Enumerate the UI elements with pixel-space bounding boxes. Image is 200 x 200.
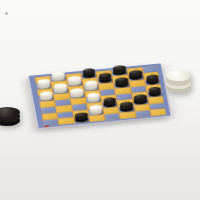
- maker-logo-mark: [44, 125, 49, 127]
- square-7-3: [89, 115, 104, 122]
- square-7-2: [74, 116, 89, 123]
- black-checker-piece: [75, 116, 89, 122]
- square-7-4: [104, 113, 119, 120]
- checkers-board: [28, 63, 171, 128]
- photo-scene: [0, 0, 200, 200]
- white-checker-top: [166, 70, 191, 81]
- square-7-6: [135, 110, 150, 117]
- off-board-black-checker: [0, 107, 21, 129]
- off-board-white-checker-stack: [166, 70, 193, 95]
- square-7-1: [58, 117, 73, 124]
- photo-artifact-dot: [5, 12, 8, 15]
- board-grid: [35, 66, 166, 126]
- square-7-5: [120, 112, 135, 119]
- square-7-7: [150, 109, 165, 116]
